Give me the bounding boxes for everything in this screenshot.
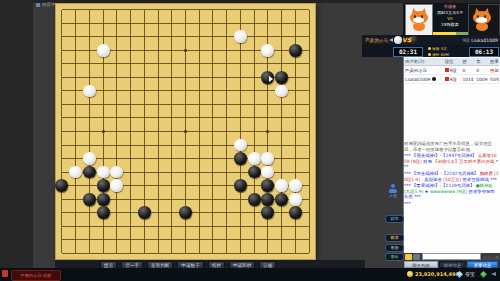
board-cell[interactable]	[165, 44, 179, 58]
board-cell[interactable]	[137, 125, 151, 139]
board-cell[interactable]	[69, 44, 83, 58]
board-cell[interactable]	[289, 71, 303, 85]
board-cell[interactable]	[220, 152, 234, 166]
board-cell[interactable]	[234, 246, 248, 260]
board-cell[interactable]	[289, 179, 303, 193]
board-cell[interactable]	[69, 138, 83, 152]
board-cell[interactable]	[110, 233, 124, 247]
board-cell[interactable]	[69, 233, 83, 247]
board-cell[interactable]	[82, 125, 96, 139]
board-cell[interactable]	[206, 125, 220, 139]
board-cell[interactable]	[192, 206, 206, 220]
board-cell[interactable]	[275, 165, 289, 179]
board-cell[interactable]	[247, 152, 261, 166]
board-cell[interactable]	[96, 111, 110, 125]
board-cell[interactable]	[247, 84, 261, 98]
board-cell[interactable]	[137, 152, 151, 166]
board-cell[interactable]	[220, 17, 234, 31]
board-cell[interactable]	[151, 165, 165, 179]
board-cell[interactable]	[206, 98, 220, 112]
board-cell[interactable]	[110, 44, 124, 58]
board-cell[interactable]	[69, 152, 83, 166]
board-cell[interactable]	[234, 138, 248, 152]
board-cell[interactable]	[124, 246, 138, 260]
board-cell[interactable]	[124, 44, 138, 58]
board-cell[interactable]	[165, 84, 179, 98]
board-cell[interactable]	[192, 138, 206, 152]
chat-input[interactable]	[422, 253, 481, 260]
board-cell[interactable]	[206, 111, 220, 125]
board-cell[interactable]	[55, 98, 69, 112]
board-cell[interactable]	[110, 71, 124, 85]
board-cell[interactable]	[234, 57, 248, 71]
board-cell[interactable]	[206, 246, 220, 260]
treasure-button[interactable]: 夺宝	[465, 271, 475, 277]
board-cell[interactable]	[247, 111, 261, 125]
white-player-avatar[interactable]	[405, 4, 433, 36]
board-cell[interactable]	[275, 206, 289, 220]
board-cell[interactable]	[261, 246, 275, 260]
board-cell[interactable]	[124, 179, 138, 193]
board-cell[interactable]	[165, 17, 179, 31]
board-cell[interactable]	[234, 30, 248, 44]
sit-widget[interactable]: 入座	[386, 184, 400, 198]
board-cell[interactable]	[220, 233, 234, 247]
board-cell[interactable]	[247, 44, 261, 58]
board-cell[interactable]	[165, 57, 179, 71]
board-cell[interactable]	[247, 219, 261, 233]
board-cell[interactable]	[137, 138, 151, 152]
board-cell[interactable]	[110, 17, 124, 31]
board-cell[interactable]	[165, 246, 179, 260]
board-cell[interactable]	[82, 219, 96, 233]
board-cell[interactable]	[234, 192, 248, 206]
board-cell[interactable]	[96, 206, 110, 220]
board-cell[interactable]	[234, 206, 248, 220]
board-cell[interactable]	[275, 219, 289, 233]
mute-icon[interactable]	[389, 38, 393, 42]
board-cell[interactable]	[206, 84, 220, 98]
board-cell[interactable]	[206, 44, 220, 58]
board-cell[interactable]	[289, 138, 303, 152]
board-cell[interactable]	[151, 192, 165, 206]
board-cell[interactable]	[289, 44, 303, 58]
board-cell[interactable]	[247, 192, 261, 206]
board-cell[interactable]	[261, 30, 275, 44]
board-cell[interactable]	[55, 57, 69, 71]
chat-log[interactable]: 对局室内请勿发布广告等不良信息，请文明交流，违者一经发现将予以禁言处理。*** …	[404, 141, 499, 251]
board-cell[interactable]	[179, 3, 193, 17]
board-cell[interactable]	[275, 233, 289, 247]
board-cell[interactable]	[247, 206, 261, 220]
board-cell[interactable]	[82, 111, 96, 125]
board-cell[interactable]	[69, 219, 83, 233]
board-cell[interactable]	[110, 84, 124, 98]
board-cell[interactable]	[234, 125, 248, 139]
board-cell[interactable]	[302, 233, 316, 247]
board-cell[interactable]	[151, 57, 165, 71]
board-cell[interactable]	[82, 84, 96, 98]
board-cell[interactable]	[151, 125, 165, 139]
board-cell[interactable]	[151, 17, 165, 31]
board-cell[interactable]	[234, 111, 248, 125]
board-cell[interactable]	[165, 165, 179, 179]
board-cell[interactable]	[289, 125, 303, 139]
board-cell[interactable]	[220, 111, 234, 125]
board-cell[interactable]	[69, 246, 83, 260]
board-cell[interactable]	[234, 17, 248, 31]
board-cell[interactable]	[289, 206, 303, 220]
board-cell[interactable]	[302, 138, 316, 152]
board-cell[interactable]	[110, 192, 124, 206]
board-cell[interactable]	[82, 71, 96, 85]
board-cell[interactable]	[289, 30, 303, 44]
board-cell[interactable]	[302, 57, 316, 71]
board-cell[interactable]	[151, 179, 165, 193]
board-cell[interactable]	[96, 246, 110, 260]
board-cell[interactable]	[69, 3, 83, 17]
board-cell[interactable]	[179, 192, 193, 206]
board-cell[interactable]	[96, 138, 110, 152]
board-cell[interactable]	[82, 233, 96, 247]
board-cell[interactable]	[124, 233, 138, 247]
taskbar-game-item[interactable]: 严肃的小马-对弈	[11, 270, 61, 281]
board-cell[interactable]	[302, 125, 316, 139]
side-pill-棋谱[interactable]: 棋谱	[385, 234, 404, 242]
board-cell[interactable]	[179, 44, 193, 58]
board-cell[interactable]	[137, 179, 151, 193]
board-cell[interactable]	[137, 57, 151, 71]
board-cell[interactable]	[289, 246, 303, 260]
board-cell[interactable]	[220, 3, 234, 17]
board-cell[interactable]	[55, 84, 69, 98]
board-cell[interactable]	[192, 44, 206, 58]
board-cell[interactable]	[110, 179, 124, 193]
board-cell[interactable]	[137, 233, 151, 247]
board-cell[interactable]	[206, 138, 220, 152]
board-cell[interactable]	[302, 246, 316, 260]
board-cell[interactable]	[137, 206, 151, 220]
board-cell[interactable]	[124, 71, 138, 85]
board-cell[interactable]	[289, 17, 303, 31]
board-cell[interactable]	[220, 71, 234, 85]
sound-icon[interactable]	[491, 272, 496, 276]
board-cell[interactable]	[220, 57, 234, 71]
board-cell[interactable]	[261, 233, 275, 247]
board-cell[interactable]	[206, 57, 220, 71]
board-cell[interactable]	[261, 125, 275, 139]
board-cell[interactable]	[302, 206, 316, 220]
board-cell[interactable]	[247, 57, 261, 71]
board-cell[interactable]	[275, 111, 289, 125]
board-cell[interactable]	[289, 98, 303, 112]
board-cell[interactable]	[220, 219, 234, 233]
board-cell[interactable]	[234, 152, 248, 166]
board-cell[interactable]	[234, 165, 248, 179]
board-cell[interactable]	[137, 246, 151, 260]
board-cell[interactable]	[165, 98, 179, 112]
board-cell[interactable]	[96, 179, 110, 193]
board-cell[interactable]	[247, 179, 261, 193]
board-cell[interactable]	[234, 233, 248, 247]
board-cell[interactable]	[234, 3, 248, 17]
board-cell[interactable]	[165, 206, 179, 220]
board-cell[interactable]	[247, 138, 261, 152]
board-cell[interactable]	[275, 192, 289, 206]
board-cell[interactable]	[261, 206, 275, 220]
board-cell[interactable]	[179, 84, 193, 98]
board-cell[interactable]	[247, 3, 261, 17]
board-cell[interactable]	[179, 179, 193, 193]
board-cell[interactable]	[110, 246, 124, 260]
board-cell[interactable]	[179, 165, 193, 179]
board-cell[interactable]	[124, 125, 138, 139]
board-cell[interactable]	[179, 71, 193, 85]
board-cell[interactable]	[151, 246, 165, 260]
board-cell[interactable]	[302, 71, 316, 85]
side-pill-退出[interactable]: 退出	[385, 253, 404, 261]
board-cell[interactable]	[206, 30, 220, 44]
board-cell[interactable]	[247, 98, 261, 112]
board-cell[interactable]	[275, 179, 289, 193]
board-cell[interactable]	[110, 138, 124, 152]
board-cell[interactable]	[96, 71, 110, 85]
board-cell[interactable]	[55, 71, 69, 85]
board-cell[interactable]	[192, 192, 206, 206]
board-cell[interactable]	[179, 246, 193, 260]
board-cell[interactable]	[151, 98, 165, 112]
board-cell[interactable]	[275, 138, 289, 152]
board-cell[interactable]	[275, 71, 289, 85]
board-cell[interactable]	[179, 233, 193, 247]
board-cell[interactable]	[179, 111, 193, 125]
board-cell[interactable]	[220, 125, 234, 139]
board-cell[interactable]	[247, 125, 261, 139]
board-cell[interactable]	[261, 192, 275, 206]
board-cell[interactable]	[55, 17, 69, 31]
board-cell[interactable]	[69, 98, 83, 112]
board-cell[interactable]	[179, 98, 193, 112]
board-cell[interactable]	[234, 179, 248, 193]
board-cell[interactable]	[124, 17, 138, 31]
board-cell[interactable]	[165, 3, 179, 17]
board-cell[interactable]	[96, 17, 110, 31]
board-cell[interactable]	[151, 206, 165, 220]
board-cell[interactable]	[69, 206, 83, 220]
board-cell[interactable]	[69, 17, 83, 31]
board-cell[interactable]	[192, 84, 206, 98]
board-cell[interactable]	[206, 192, 220, 206]
board-cell[interactable]	[124, 111, 138, 125]
board-cell[interactable]	[261, 152, 275, 166]
board-cell[interactable]	[247, 233, 261, 247]
board-cell[interactable]	[96, 125, 110, 139]
board-cell[interactable]	[137, 98, 151, 112]
board-cell[interactable]	[192, 152, 206, 166]
board-cell[interactable]	[302, 44, 316, 58]
board-cell[interactable]	[234, 84, 248, 98]
broadcast-button[interactable]	[413, 254, 420, 260]
board-cell[interactable]	[192, 233, 206, 247]
board-cell[interactable]	[165, 219, 179, 233]
board-cell[interactable]	[289, 152, 303, 166]
taskbar-app-icon[interactable]	[2, 270, 8, 277]
board-cell[interactable]	[192, 219, 206, 233]
board-cell[interactable]	[275, 246, 289, 260]
board-cell[interactable]	[69, 125, 83, 139]
board-cell[interactable]	[124, 192, 138, 206]
side-pill-形势[interactable]: 形势	[385, 244, 404, 252]
board-cell[interactable]	[179, 17, 193, 31]
board-cell[interactable]	[69, 192, 83, 206]
board-cell[interactable]	[220, 192, 234, 206]
board-cell[interactable]	[261, 71, 275, 85]
board-cell[interactable]	[124, 3, 138, 17]
board-cell[interactable]	[96, 3, 110, 17]
board-cell[interactable]	[82, 17, 96, 31]
board-cell[interactable]	[220, 165, 234, 179]
board-cell[interactable]	[275, 98, 289, 112]
board-cell[interactable]	[220, 138, 234, 152]
board-cell[interactable]	[110, 165, 124, 179]
board-cell[interactable]	[69, 71, 83, 85]
board-cell[interactable]	[179, 206, 193, 220]
board-cell[interactable]	[192, 57, 206, 71]
board-cell[interactable]	[124, 165, 138, 179]
board-cell[interactable]	[206, 233, 220, 247]
board-cell[interactable]	[96, 84, 110, 98]
go-board[interactable]	[55, 3, 316, 260]
board-cell[interactable]	[55, 206, 69, 220]
board-cell[interactable]	[206, 179, 220, 193]
board-cell[interactable]	[206, 17, 220, 31]
board-cell[interactable]	[165, 111, 179, 125]
board-cell[interactable]	[69, 111, 83, 125]
board-cell[interactable]	[110, 206, 124, 220]
board-cell[interactable]	[179, 57, 193, 71]
board-cell[interactable]	[55, 233, 69, 247]
board-cell[interactable]	[261, 179, 275, 193]
board-cell[interactable]	[261, 219, 275, 233]
board-cell[interactable]	[110, 30, 124, 44]
board-cell[interactable]	[151, 44, 165, 58]
tab-聊天列表[interactable]: 聊天列表	[404, 261, 438, 268]
board-cell[interactable]	[261, 98, 275, 112]
board-cell[interactable]	[82, 57, 96, 71]
board-cell[interactable]	[302, 98, 316, 112]
board-cell[interactable]	[261, 138, 275, 152]
board-cell[interactable]	[165, 30, 179, 44]
board-cell[interactable]	[261, 165, 275, 179]
board-cell[interactable]	[275, 17, 289, 31]
board-cell[interactable]	[124, 138, 138, 152]
board-cell[interactable]	[220, 84, 234, 98]
board-cell[interactable]	[192, 30, 206, 44]
board-cell[interactable]	[55, 44, 69, 58]
board-cell[interactable]	[151, 84, 165, 98]
board-cell[interactable]	[179, 152, 193, 166]
board-cell[interactable]	[124, 152, 138, 166]
board-cell[interactable]	[192, 3, 206, 17]
board-cell[interactable]	[275, 84, 289, 98]
board-cell[interactable]	[165, 179, 179, 193]
board-cell[interactable]	[55, 192, 69, 206]
board-cell[interactable]	[247, 71, 261, 85]
board-cell[interactable]	[55, 246, 69, 260]
board-cell[interactable]	[261, 3, 275, 17]
board-cell[interactable]	[275, 57, 289, 71]
table-row[interactable]: 严肃的小马9段00围观	[404, 66, 499, 75]
board-cell[interactable]	[234, 71, 248, 85]
board-cell[interactable]	[69, 179, 83, 193]
board-cell[interactable]	[206, 206, 220, 220]
board-cell[interactable]	[220, 246, 234, 260]
board-cell[interactable]	[234, 98, 248, 112]
board-cell[interactable]	[124, 57, 138, 71]
board-cell[interactable]	[275, 3, 289, 17]
board-cell[interactable]	[302, 192, 316, 206]
board-cell[interactable]	[137, 17, 151, 31]
board-cell[interactable]	[275, 30, 289, 44]
board-cell[interactable]	[55, 165, 69, 179]
board-cell[interactable]	[110, 111, 124, 125]
board-cell[interactable]	[289, 84, 303, 98]
board-cell[interactable]	[206, 165, 220, 179]
board-cell[interactable]	[289, 111, 303, 125]
board-cell[interactable]	[96, 98, 110, 112]
board-cell[interactable]	[247, 17, 261, 31]
board-cell[interactable]	[206, 219, 220, 233]
board-cell[interactable]	[289, 192, 303, 206]
black-player-avatar[interactable]	[468, 4, 500, 36]
board-cell[interactable]	[82, 44, 96, 58]
board-cell[interactable]	[302, 111, 316, 125]
board-cell[interactable]	[206, 71, 220, 85]
board-cell[interactable]	[192, 165, 206, 179]
board-cell[interactable]	[179, 138, 193, 152]
board-cell[interactable]	[261, 111, 275, 125]
board-cell[interactable]	[192, 98, 206, 112]
board-cell[interactable]	[96, 233, 110, 247]
board-cell[interactable]	[261, 17, 275, 31]
board-cell[interactable]	[192, 71, 206, 85]
board-cell[interactable]	[261, 44, 275, 58]
board-cell[interactable]	[275, 125, 289, 139]
board-cell[interactable]	[302, 17, 316, 31]
board-cell[interactable]	[165, 71, 179, 85]
board-cell[interactable]	[261, 84, 275, 98]
board-cell[interactable]	[151, 233, 165, 247]
board-cell[interactable]	[192, 179, 206, 193]
board-cell[interactable]	[124, 219, 138, 233]
board-cell[interactable]	[55, 152, 69, 166]
board-cell[interactable]	[55, 125, 69, 139]
board-cell[interactable]	[69, 30, 83, 44]
board-cell[interactable]	[289, 165, 303, 179]
board-cell[interactable]	[124, 30, 138, 44]
board-cell[interactable]	[289, 57, 303, 71]
board-cell[interactable]	[192, 111, 206, 125]
board-cell[interactable]	[110, 152, 124, 166]
board-cell[interactable]	[151, 3, 165, 17]
board-cell[interactable]	[96, 219, 110, 233]
board-cell[interactable]	[82, 152, 96, 166]
board-cell[interactable]	[165, 192, 179, 206]
board-cell[interactable]	[275, 44, 289, 58]
board-cell[interactable]	[82, 246, 96, 260]
board-cell[interactable]	[110, 219, 124, 233]
board-cell[interactable]	[289, 219, 303, 233]
